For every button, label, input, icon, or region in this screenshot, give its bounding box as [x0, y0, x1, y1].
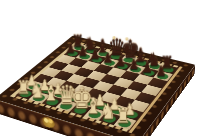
- piece-white-bishop: ♝: [85, 95, 99, 117]
- piece-white-rook: ♜: [115, 106, 130, 126]
- product-photo: ♜♞♝♛♚♝♞♜♟♟♟♟♟♟♟♟♟♟♟♟♟♟♟♟♜♞♝♛♚♝♞♜: [0, 0, 204, 136]
- piece-white-king: ♚: [71, 84, 85, 113]
- chess-set-scene: ♜♞♝♛♚♝♞♜♟♟♟♟♟♟♟♟♟♟♟♟♟♟♟♟♜♞♝♛♚♝♞♜: [0, 0, 204, 136]
- piece-black-pawn: ♟: [65, 43, 77, 56]
- piece-black-pawn: ♟: [89, 49, 101, 62]
- brass-clasp: [42, 116, 56, 129]
- piece-black-pawn: ♟: [155, 65, 168, 79]
- piece-black-pawn: ♟: [77, 45, 89, 58]
- chess-board-box: ♜♞♝♛♚♝♞♜♟♟♟♟♟♟♟♟♟♟♟♟♟♟♟♟♜♞♝♛♚♝♞♜: [0, 36, 195, 136]
- piece-black-pawn: ♟: [102, 52, 114, 65]
- piece-white-rook: ♜: [16, 78, 29, 97]
- piece-black-pawn: ♟: [114, 55, 126, 69]
- piece-white-knight: ♞: [100, 101, 114, 122]
- piece-white-bishop: ♝: [43, 83, 57, 104]
- piece-white-queen: ♛: [57, 82, 71, 108]
- piece-white-knight: ♞: [29, 81, 43, 101]
- piece-black-pawn: ♟: [128, 58, 140, 72]
- piece-black-pawn: ♟: [141, 61, 154, 75]
